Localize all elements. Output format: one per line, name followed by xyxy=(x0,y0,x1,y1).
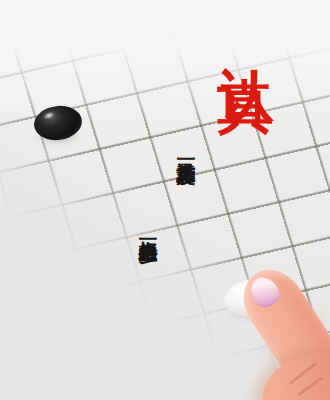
caption-column-2: 走好人生的每一步 xyxy=(139,226,158,230)
poster-title: 认真 xyxy=(218,22,274,42)
caption-column-1: 认真是一种态度 xyxy=(177,147,196,151)
motivational-go-poster: 认真 认真是一种态度 走好人生的每一步 xyxy=(0,0,330,400)
